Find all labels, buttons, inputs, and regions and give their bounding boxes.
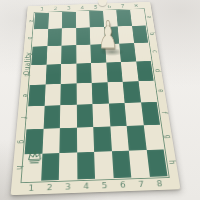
square-e1[interactable] [28, 84, 45, 106]
square-d6[interactable] [106, 62, 123, 82]
square-f5[interactable] [92, 104, 110, 127]
square-b8[interactable] [132, 25, 148, 43]
square-b3[interactable] [61, 28, 75, 46]
square-d1[interactable] [30, 65, 46, 85]
square-a4[interactable] [76, 11, 90, 28]
square-f1[interactable] [26, 106, 44, 130]
square-c4[interactable] [76, 45, 91, 64]
square-e3[interactable] [60, 83, 76, 105]
white-pawn[interactable]: ♟ [98, 14, 118, 56]
coord-label: 1 [35, 7, 49, 11]
square-c3[interactable] [61, 45, 76, 64]
coord-label: 6 [102, 5, 116, 9]
coord-label: 3 [59, 182, 77, 191]
coord-label: 1 [22, 184, 41, 193]
square-c1[interactable] [31, 46, 47, 65]
square-g5[interactable] [93, 126, 111, 151]
square-h2[interactable] [41, 153, 60, 181]
square-h5[interactable] [94, 151, 113, 179]
coord-label: 4 [76, 6, 90, 10]
square-a8[interactable] [130, 9, 146, 26]
square-g8[interactable] [143, 125, 163, 150]
square-b1[interactable] [33, 29, 48, 47]
photo-scene: 12345678 12345678 abcdefgh abcdefgh Qual… [0, 0, 200, 200]
square-e8[interactable] [138, 81, 157, 103]
coord-label: 3 [62, 6, 75, 10]
square-h4[interactable] [77, 152, 95, 180]
coord-label: 8 [150, 179, 169, 188]
square-c2[interactable] [46, 46, 61, 65]
square-b2[interactable] [47, 28, 62, 46]
square-f3[interactable] [60, 105, 77, 129]
coord-label: 7 [132, 180, 151, 189]
square-f8[interactable] [141, 102, 160, 125]
square-g3[interactable] [59, 128, 76, 153]
board-grid [23, 9, 168, 181]
square-d4[interactable] [76, 63, 92, 83]
coord-label: 5 [89, 5, 103, 9]
coord-label: 4 [77, 182, 95, 191]
square-a2[interactable] [48, 12, 62, 29]
square-c8[interactable] [134, 43, 151, 62]
square-a1[interactable] [34, 13, 49, 30]
square-d8[interactable] [136, 61, 154, 81]
coord-label: 8 [129, 4, 143, 8]
square-d2[interactable] [45, 64, 61, 84]
square-a3[interactable] [62, 12, 76, 29]
square-b4[interactable] [76, 27, 91, 45]
square-d5[interactable] [91, 63, 107, 83]
square-d3[interactable] [61, 64, 76, 84]
square-h3[interactable] [59, 152, 77, 180]
crown-logo-icon [26, 150, 44, 167]
vinyl-chess-mat: 12345678 12345678 abcdefgh abcdefgh Qual… [11, 2, 181, 195]
brand-text: Quality [22, 52, 32, 76]
square-g2[interactable] [42, 128, 60, 153]
square-f2[interactable] [43, 105, 60, 129]
square-e4[interactable] [76, 83, 92, 105]
square-h8[interactable] [146, 149, 167, 176]
coord-label: 2 [40, 183, 59, 192]
coord-label: 7 [116, 4, 130, 8]
coord-label: 6 [113, 181, 132, 190]
square-g4[interactable] [77, 127, 95, 152]
square-e2[interactable] [44, 84, 60, 106]
square-e5[interactable] [92, 82, 109, 104]
coord-label: 5 [95, 181, 114, 190]
square-f4[interactable] [76, 104, 93, 128]
coord-label: 2 [49, 7, 63, 11]
